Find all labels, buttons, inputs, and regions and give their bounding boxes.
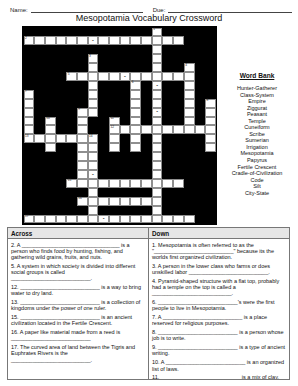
blocked-cell	[173, 188, 184, 197]
grid-cell[interactable]	[152, 143, 163, 152]
grid-cell[interactable]	[130, 179, 141, 188]
grid-cell[interactable]	[152, 206, 163, 215]
blocked-cell	[162, 28, 173, 37]
grid-cell[interactable]	[66, 215, 77, 224]
blocked-cell	[130, 45, 141, 54]
blocked-cell	[173, 81, 184, 90]
blocked-cell	[173, 206, 184, 215]
grid-cell[interactable]	[152, 152, 163, 161]
blocked-cell	[56, 99, 67, 108]
grid-cell[interactable]	[162, 72, 173, 81]
grid-cell[interactable]	[88, 72, 99, 81]
blocked-cell	[56, 54, 67, 63]
across-clues-column: Across 2. A ____________________________…	[8, 228, 149, 379]
blocked-cell	[184, 179, 195, 188]
blocked-cell	[195, 197, 206, 206]
blocked-cell	[162, 45, 173, 54]
grid-cell[interactable]	[109, 215, 120, 224]
blocked-cell	[195, 170, 206, 179]
grid-cell[interactable]	[120, 36, 131, 45]
grid-cell[interactable]	[34, 134, 45, 143]
grid-cell[interactable]	[109, 134, 120, 143]
grid-cell[interactable]	[88, 161, 99, 170]
clue: 13. __________________________ is a coll…	[11, 299, 145, 312]
blocked-cell	[56, 90, 67, 99]
grid-cell[interactable]	[162, 36, 173, 45]
blocked-cell	[173, 161, 184, 170]
blocked-cell	[195, 81, 206, 90]
blocked-cell	[195, 90, 206, 99]
clue: 7. A __________________________ is a pla…	[152, 314, 286, 327]
grid-cell[interactable]	[109, 72, 120, 81]
grid-cell[interactable]	[77, 152, 88, 161]
hyphen-mark: -	[89, 37, 98, 44]
grid-cell[interactable]	[130, 99, 141, 108]
blocked-cell	[66, 197, 77, 206]
grid-cell[interactable]	[152, 54, 163, 63]
grid-cell[interactable]	[77, 36, 88, 45]
cell-number: 9	[78, 108, 80, 112]
blocked-cell	[120, 54, 131, 63]
grid-cell[interactable]	[152, 117, 163, 126]
blocked-cell	[162, 143, 173, 152]
blocked-cell	[34, 197, 45, 206]
blocked-cell	[66, 117, 77, 126]
blocked-cell	[141, 134, 152, 143]
grid-cell[interactable]	[141, 179, 152, 188]
grid-cell[interactable]	[45, 125, 56, 134]
blocked-cell	[56, 108, 67, 117]
blocked-cell	[98, 63, 109, 72]
grid-cell[interactable]	[109, 36, 120, 45]
grid-cell[interactable]	[45, 215, 56, 224]
blocked-cell	[184, 143, 195, 152]
grid-cell[interactable]	[184, 90, 195, 99]
grid-cell[interactable]	[120, 197, 131, 206]
blocked-cell	[120, 99, 131, 108]
grid-cell[interactable]	[56, 215, 67, 224]
grid-cell[interactable]	[88, 179, 99, 188]
blocked-cell	[184, 188, 195, 197]
blocked-cell	[24, 54, 35, 63]
blocked-cell	[141, 45, 152, 54]
grid-cell[interactable]	[77, 215, 88, 224]
grid-cell[interactable]	[152, 72, 163, 81]
blocked-cell	[34, 90, 45, 99]
due-blank-line[interactable]	[168, 5, 292, 13]
blocked-cell	[45, 81, 56, 90]
blocked-cell	[109, 161, 120, 170]
grid-cell[interactable]	[88, 108, 99, 117]
blocked-cell	[120, 134, 131, 143]
grid-cell[interactable]: 16	[77, 197, 88, 206]
blocked-cell	[24, 152, 35, 161]
grid-cell[interactable]	[98, 36, 109, 45]
grid-cell[interactable]	[77, 170, 88, 179]
blocked-cell	[34, 170, 45, 179]
blocked-cell	[56, 179, 67, 188]
hyphen-mark: -	[89, 171, 98, 178]
name-blank-line[interactable]	[31, 5, 143, 13]
grid-cell[interactable]	[205, 134, 216, 143]
grid-cell[interactable]	[77, 179, 88, 188]
blocked-cell	[66, 161, 77, 170]
grid-cell[interactable]: 4	[184, 63, 195, 72]
blocked-cell	[24, 72, 35, 81]
blocked-cell	[195, 99, 206, 108]
grid-cell[interactable]	[152, 90, 163, 99]
blocked-cell	[141, 206, 152, 215]
grid-cell[interactable]	[88, 152, 99, 161]
blocked-cell	[98, 125, 109, 134]
blocked-cell	[195, 54, 206, 63]
blocked-cell	[45, 72, 56, 81]
blocked-cell	[56, 63, 67, 72]
blocked-cell	[205, 206, 216, 215]
grid-cell[interactable]	[66, 36, 77, 45]
grid-cell[interactable]	[24, 99, 35, 108]
grid-cell[interactable]	[173, 36, 184, 45]
worksheet-page: Name: Due: Mesopotamia Vocabulary Crossw…	[0, 0, 298, 386]
blocked-cell	[141, 81, 152, 90]
blocked-cell	[120, 161, 131, 170]
blocked-cell	[98, 90, 109, 99]
grid-cell[interactable]	[88, 206, 99, 215]
blocked-cell	[45, 63, 56, 72]
grid-cell[interactable]	[130, 90, 141, 99]
grid-cell[interactable]	[77, 72, 88, 81]
blocked-cell	[120, 90, 131, 99]
blocked-cell	[173, 143, 184, 152]
blocked-cell	[77, 206, 88, 215]
grid-cell[interactable]	[77, 117, 88, 126]
grid-cell[interactable]	[77, 125, 88, 134]
grid-cell[interactable]	[173, 179, 184, 188]
grid-cell[interactable]	[120, 179, 131, 188]
grid-cell[interactable]: 5	[66, 72, 77, 81]
blocked-cell	[34, 28, 45, 37]
blocked-cell	[195, 72, 206, 81]
grid-cell[interactable]	[98, 197, 109, 206]
blocked-cell	[141, 117, 152, 126]
blocked-cell	[77, 45, 88, 54]
grid-cell[interactable]	[88, 63, 99, 72]
grid-cell[interactable]	[24, 108, 35, 117]
grid-cell[interactable]: 13	[24, 134, 35, 143]
blocked-cell	[45, 206, 56, 215]
blocked-cell	[56, 170, 67, 179]
grid-cell[interactable]: -	[88, 170, 99, 179]
blocked-cell	[205, 28, 216, 37]
grid-cell[interactable]	[130, 197, 141, 206]
blocked-cell	[34, 63, 45, 72]
grid-cell[interactable]: 10	[45, 117, 56, 126]
grid-cell[interactable]: 17	[24, 215, 35, 224]
blocked-cell	[45, 45, 56, 54]
grid-cell[interactable]: 7	[24, 90, 35, 99]
grid-cell[interactable]	[205, 117, 216, 126]
blocked-cell	[173, 152, 184, 161]
blocked-cell	[141, 63, 152, 72]
blocked-cell	[24, 63, 35, 72]
hyphen-mark: -	[153, 109, 162, 116]
blocked-cell	[109, 54, 120, 63]
blocked-cell	[24, 188, 35, 197]
blocked-cell	[173, 134, 184, 143]
blocked-cell	[173, 28, 184, 37]
grid-cell[interactable]: -	[88, 36, 99, 45]
blocked-cell	[120, 81, 131, 90]
grid-cell[interactable]	[130, 108, 141, 117]
grid-cell[interactable]	[152, 45, 163, 54]
grid-cell[interactable]: 8	[205, 99, 216, 108]
blocked-cell	[162, 63, 173, 72]
grid-cell[interactable]: -	[152, 81, 163, 90]
grid-cell[interactable]	[88, 188, 99, 197]
down-header: Down	[149, 228, 289, 239]
grid-cell[interactable]	[77, 134, 88, 143]
word-bank-item: City-State	[219, 190, 295, 197]
blocked-cell	[173, 117, 184, 126]
blocked-cell	[130, 170, 141, 179]
grid-cell[interactable]	[205, 125, 216, 134]
clue: 12. __________________________ is a way …	[11, 284, 145, 297]
blocked-cell	[88, 45, 99, 54]
grid-cell[interactable]	[130, 117, 141, 126]
blocked-cell	[130, 54, 141, 63]
grid-cell[interactable]	[162, 125, 173, 134]
grid-cell[interactable]	[184, 72, 195, 81]
clue: 15. __________________________ is an anc…	[11, 314, 145, 327]
grid-cell[interactable]	[141, 215, 152, 224]
grid-cell[interactable]	[120, 125, 131, 134]
grid-cell[interactable]	[184, 81, 195, 90]
cell-number: 4	[185, 64, 187, 68]
grid-cell[interactable]	[152, 63, 163, 72]
grid-cell[interactable]	[88, 197, 99, 206]
grid-cell[interactable]	[120, 215, 131, 224]
grid-cell[interactable]	[88, 143, 99, 152]
grid-cell[interactable]	[173, 125, 184, 134]
blocked-cell	[109, 90, 120, 99]
blocked-cell	[24, 143, 35, 152]
blocked-cell	[120, 28, 131, 37]
blocked-cell	[56, 161, 67, 170]
blocked-cell	[66, 54, 77, 63]
grid-cell[interactable]	[56, 134, 67, 143]
grid-cell[interactable]	[173, 215, 184, 224]
clue: 2. A ________________________________ is…	[11, 242, 145, 261]
blocked-cell	[66, 125, 77, 134]
grid-cell[interactable]	[56, 36, 67, 45]
blocked-cell	[195, 179, 206, 188]
grid-cell[interactable]	[109, 197, 120, 206]
grid-cell[interactable]	[130, 125, 141, 134]
grid-cell[interactable]	[205, 108, 216, 117]
blocked-cell	[162, 206, 173, 215]
word-bank-title: Word Bank	[219, 72, 295, 79]
blocked-cell	[173, 197, 184, 206]
grid-cell[interactable]	[152, 188, 163, 197]
blocked-cell	[56, 125, 67, 134]
grid-cell[interactable]	[205, 143, 216, 152]
cell-number: 6	[132, 81, 134, 85]
grid-cell[interactable]	[109, 179, 120, 188]
blocked-cell	[195, 28, 206, 37]
grid-cell[interactable]	[88, 99, 99, 108]
grid-cell[interactable]	[45, 36, 56, 45]
blocked-cell	[173, 63, 184, 72]
blocked-cell	[98, 143, 109, 152]
blocked-cell	[98, 134, 109, 143]
across-header: Across	[8, 228, 148, 239]
grid-cell[interactable]	[152, 179, 163, 188]
grid-cell[interactable]: 6	[130, 81, 141, 90]
grid-cell[interactable]	[184, 99, 195, 108]
grid-cell[interactable]: 14	[88, 134, 99, 143]
grid-cell[interactable]	[152, 161, 163, 170]
grid-cell[interactable]	[152, 125, 163, 134]
blocked-cell	[66, 81, 77, 90]
grid-cell[interactable]	[45, 134, 56, 143]
cell-number: 11	[110, 117, 113, 121]
grid-cell[interactable]	[152, 170, 163, 179]
grid-cell[interactable]	[88, 81, 99, 90]
blocked-cell	[130, 152, 141, 161]
blocked-cell	[24, 170, 35, 179]
grid-cell[interactable]: 12	[109, 125, 120, 134]
grid-cell[interactable]	[141, 72, 152, 81]
grid-cell[interactable]	[77, 143, 88, 152]
blocked-cell	[45, 179, 56, 188]
blocked-cell	[109, 81, 120, 90]
down-clues-column: Down 1. Mesopotamia is often referred to…	[149, 228, 289, 379]
blocked-cell	[141, 108, 152, 117]
grid-cell[interactable]	[173, 72, 184, 81]
blocked-cell	[45, 99, 56, 108]
grid-cell[interactable]	[141, 197, 152, 206]
blocked-cell	[162, 54, 173, 63]
blocked-cell	[45, 188, 56, 197]
grid-cell[interactable]	[130, 36, 141, 45]
blocked-cell	[98, 117, 109, 126]
cell-number: 8	[207, 99, 209, 103]
grid-cell[interactable]	[88, 90, 99, 99]
word-bank: Word Bank Hunter-GathererClass-SystemEmp…	[219, 72, 295, 196]
blocked-cell	[184, 54, 195, 63]
blocked-cell	[98, 99, 109, 108]
blocked-cell	[34, 45, 45, 54]
grid-cell[interactable]	[195, 125, 206, 134]
grid-cell[interactable]	[66, 134, 77, 143]
blocked-cell	[34, 125, 45, 134]
blocked-cell	[66, 188, 77, 197]
crossword-grid: 12-345-6-789-1011121314-151617-	[22, 26, 217, 225]
blocked-cell	[141, 99, 152, 108]
grid-cell[interactable]	[88, 215, 99, 224]
grid-cell[interactable]	[162, 215, 173, 224]
grid-cell[interactable]: 3	[88, 54, 99, 63]
clue: 9. __________________________ is a type …	[152, 344, 286, 357]
grid-cell[interactable]: 15	[66, 179, 77, 188]
grid-cell[interactable]	[24, 117, 35, 126]
down-clue-list: 1. Mesopotamia is often referred to as t…	[149, 239, 289, 379]
blocked-cell	[34, 108, 45, 117]
grid-cell[interactable]	[77, 161, 88, 170]
blocked-cell	[66, 143, 77, 152]
grid-cell[interactable]	[130, 134, 141, 143]
grid-cell[interactable]	[184, 125, 195, 134]
grid-cell[interactable]	[152, 36, 163, 45]
grid-cell[interactable]	[130, 215, 141, 224]
grid-cell[interactable]	[141, 125, 152, 134]
grid-cell[interactable]	[34, 215, 45, 224]
grid-cell[interactable]	[34, 36, 45, 45]
grid-cell[interactable]	[45, 143, 56, 152]
blocked-cell	[130, 206, 141, 215]
grid-cell[interactable]: -	[152, 108, 163, 117]
grid-cell[interactable]	[152, 99, 163, 108]
grid-cell[interactable]	[152, 134, 163, 143]
grid-cell[interactable]	[98, 72, 109, 81]
blocked-cell	[56, 81, 67, 90]
grid-cell[interactable]	[162, 179, 173, 188]
blocked-cell	[162, 117, 173, 126]
grid-cell[interactable]: -	[120, 72, 131, 81]
clue: 5. A system in which society is divided …	[11, 263, 145, 282]
grid-cell[interactable]	[130, 143, 141, 152]
clue: 4. Pyramid-shaped structure with a flat …	[152, 278, 286, 297]
blocked-cell	[24, 161, 35, 170]
blocked-cell	[66, 45, 77, 54]
blocked-cell	[141, 54, 152, 63]
blocked-cell	[56, 45, 67, 54]
blocked-cell	[120, 188, 131, 197]
blocked-cell	[77, 28, 88, 37]
blocked-cell	[34, 188, 45, 197]
grid-cell[interactable]	[152, 197, 163, 206]
blocked-cell	[120, 117, 131, 126]
grid-cell[interactable]	[184, 215, 195, 224]
grid-cell[interactable]: 9	[77, 108, 88, 117]
grid-cell[interactable]	[184, 117, 195, 126]
grid-cell[interactable]: 2	[24, 36, 35, 45]
blocked-cell	[34, 81, 45, 90]
blocked-cell	[56, 28, 67, 37]
grid-cell[interactable]: -	[98, 215, 109, 224]
grid-cell[interactable]	[152, 215, 163, 224]
blocked-cell	[184, 206, 195, 215]
blocked-cell	[205, 188, 216, 197]
blocked-cell	[205, 152, 216, 161]
blocked-cell	[162, 152, 173, 161]
blocked-cell	[98, 28, 109, 37]
blocked-cell	[98, 206, 109, 215]
grid-cell[interactable]	[98, 179, 109, 188]
grid-cell[interactable]	[109, 143, 120, 152]
clue: 10. A __________________________ is an o…	[152, 359, 286, 372]
clue: 1. Mesopotamia is often referred to as t…	[152, 242, 286, 261]
blocked-cell	[162, 134, 173, 143]
blocked-cell	[184, 152, 195, 161]
grid-cell[interactable]: 1	[152, 28, 163, 37]
blocked-cell	[45, 28, 56, 37]
blocked-cell	[77, 54, 88, 63]
blocked-cell	[24, 197, 35, 206]
blocked-cell	[184, 36, 195, 45]
grid-cell[interactable]	[141, 36, 152, 45]
grid-cell[interactable]	[184, 108, 195, 117]
